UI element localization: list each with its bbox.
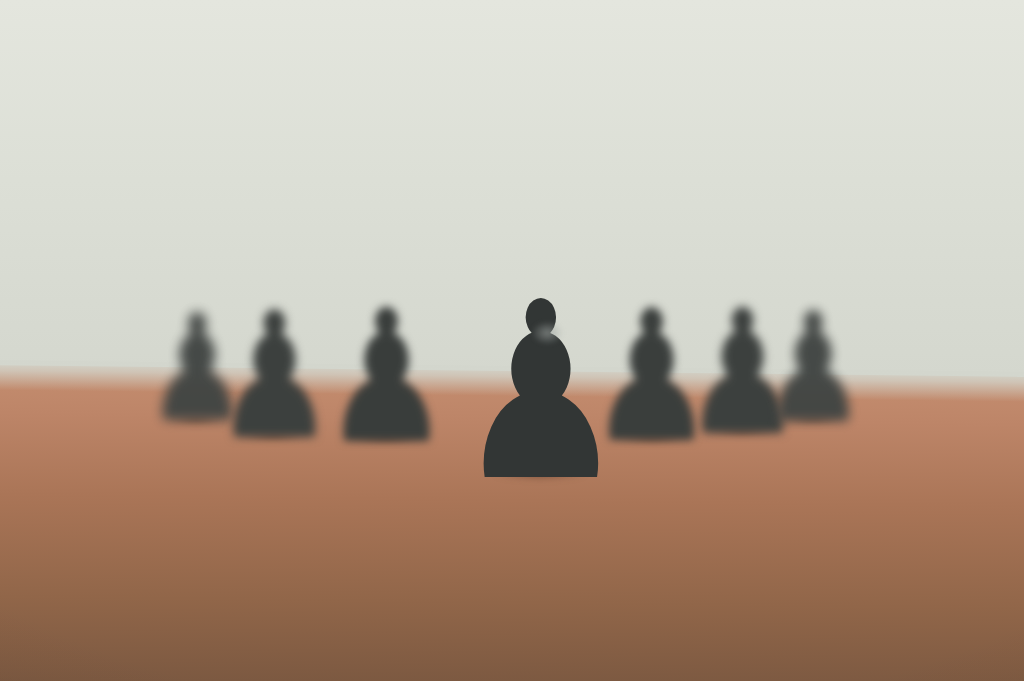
chess-pawns-photo: ♟ ♟ ♟ ♟ ♟ ♟ ♟ xyxy=(0,0,1024,681)
black-pawn-front-center: ♟ xyxy=(418,270,663,515)
pawn-icon: ♟ xyxy=(760,293,866,445)
pawn-head-highlight xyxy=(521,317,569,359)
black-pawn-back-right-3: ♟ xyxy=(737,293,889,445)
pawn-icon: ♟ xyxy=(455,270,626,515)
